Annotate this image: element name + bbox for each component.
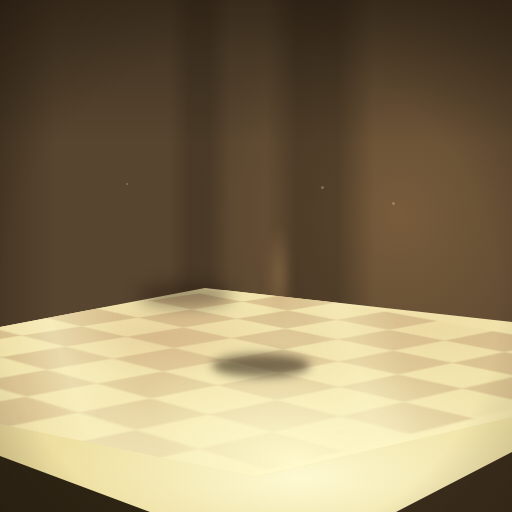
dust-speck: [392, 202, 395, 205]
dust-speck: [126, 183, 128, 185]
chess-photo-scene: ♚ ♞: [0, 0, 512, 512]
dust-speck: [321, 186, 324, 189]
knight-rim-light: [262, 200, 296, 350]
